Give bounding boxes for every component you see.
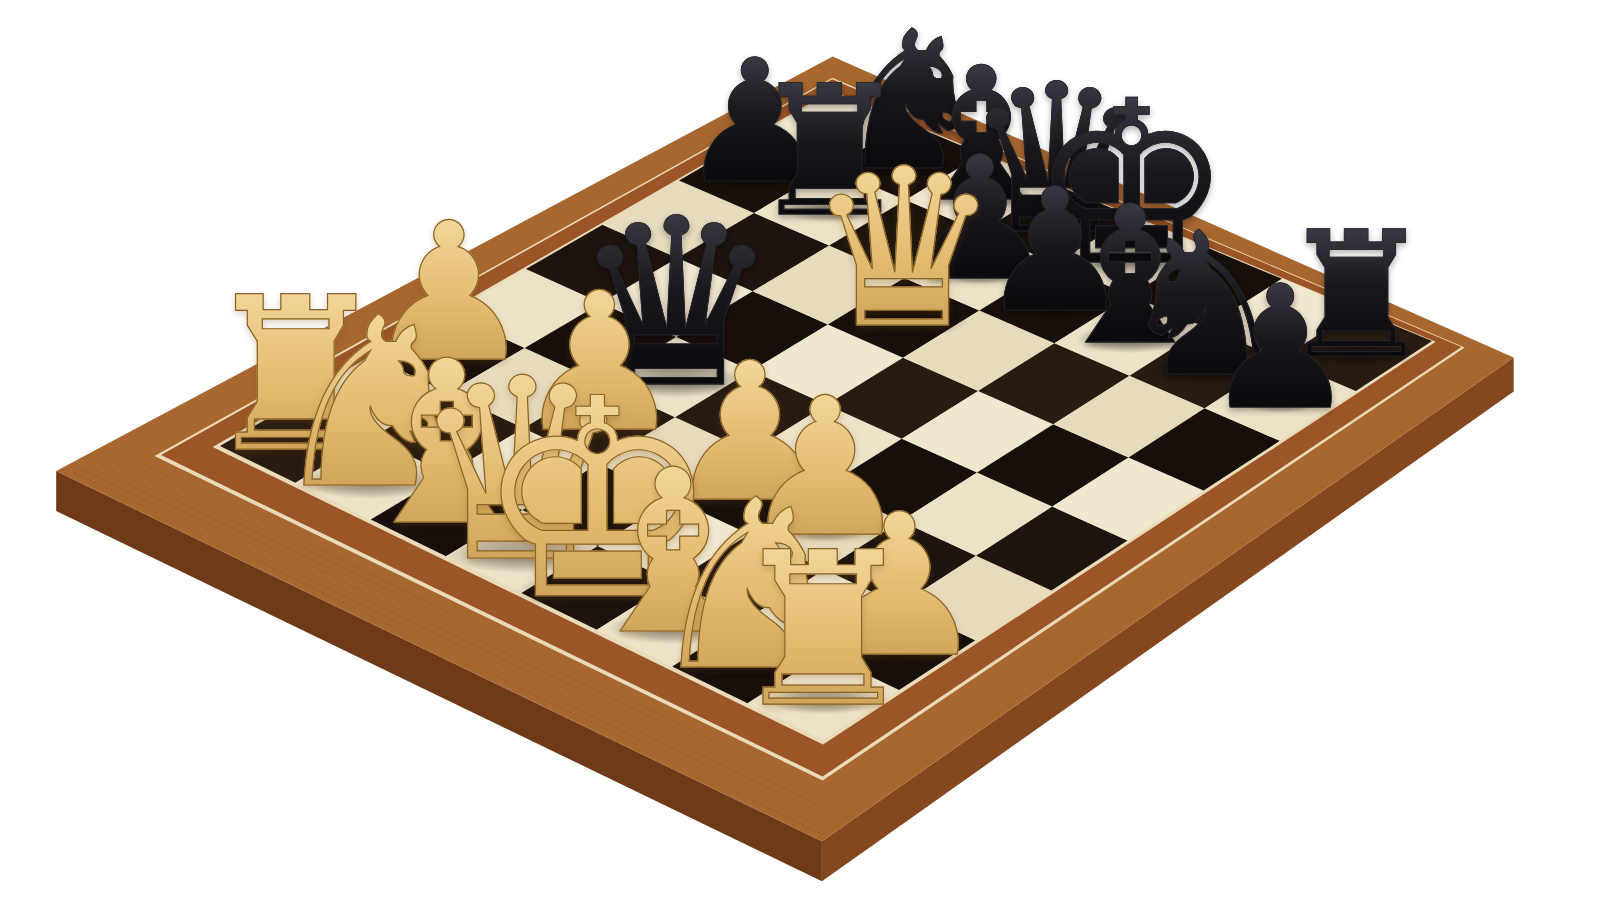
chess-piece-white-rook-h1[interactable]: ♜ [728,524,919,737]
chess-piece-black-pawn-h7[interactable]: ♟ [1204,263,1357,433]
chess-set-photo: ♞♟♝♜♛♚♟♟♛♝♜♟♞♛♟♟♜♞♟♝♟♛♚♝♟♞♜ [0,0,1600,900]
